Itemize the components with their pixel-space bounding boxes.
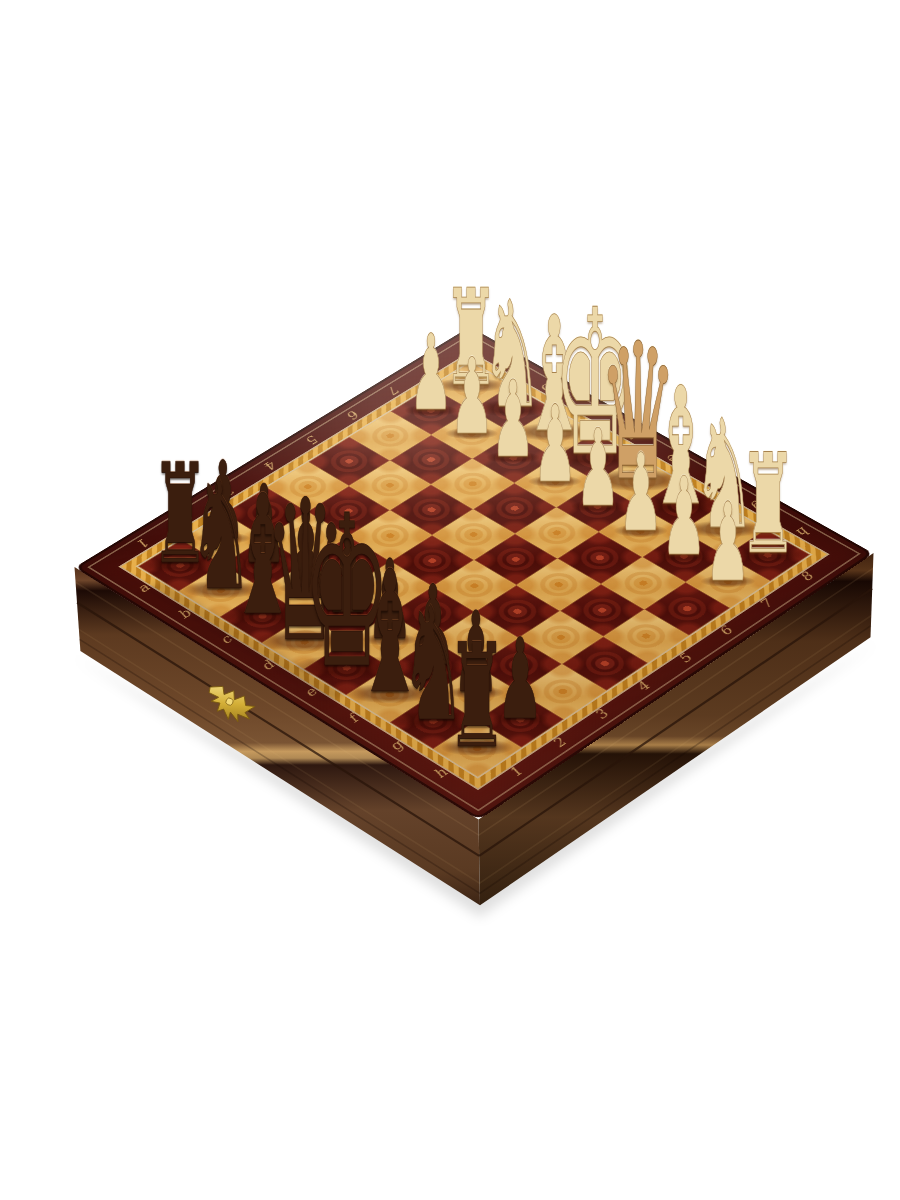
photo-stage: Folding wooden chess box photographed at…: [0, 0, 900, 1200]
piece-light-pawn-c7: ♟: [491, 367, 536, 473]
piece-light-pawn-a7: ♟: [409, 321, 453, 426]
pieces-layer: ♜♞♝♚♛♝♞♜♟♟♟♟♟♟♟♟♟♟♟♟♟♟♟♟♜♞♝♛♚♝♞♜: [0, 0, 900, 1200]
piece-light-pawn-e7: ♟: [575, 415, 620, 522]
piece-light-pawn-g7: ♟: [661, 463, 707, 571]
piece-light-pawn-f7: ♟: [618, 439, 663, 546]
piece-light-pawn-b7: ♟: [450, 344, 494, 449]
piece-light-pawn-d7: ♟: [533, 391, 578, 497]
piece-light-pawn-h7: ♟: [705, 488, 751, 597]
piece-dark-rook-h1: ♜: [447, 625, 507, 769]
